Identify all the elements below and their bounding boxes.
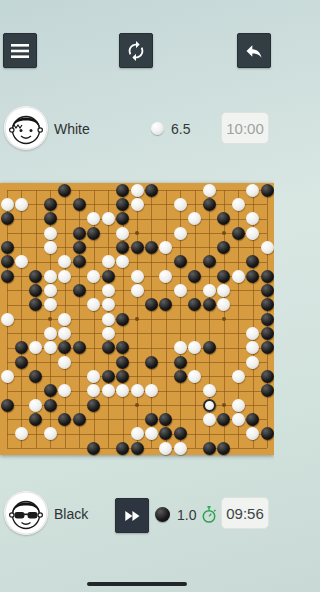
black-stone <box>145 413 158 426</box>
white-stone-icon <box>151 122 164 135</box>
black-stone <box>73 241 86 254</box>
black-stone <box>261 298 274 311</box>
white-stone <box>15 198 28 211</box>
black-stone <box>145 356 158 369</box>
star-point <box>135 403 139 407</box>
black-stone <box>44 384 57 397</box>
black-stone <box>73 341 86 354</box>
black-stone <box>217 413 230 426</box>
white-stone <box>232 370 245 383</box>
white-stone <box>58 255 71 268</box>
sync-button[interactable] <box>119 33 153 68</box>
undo-arrow-icon <box>244 41 264 61</box>
black-stone <box>73 413 86 426</box>
white-stone <box>188 341 201 354</box>
black-stone <box>1 212 14 225</box>
black-stone <box>116 442 129 455</box>
white-stone <box>102 327 115 340</box>
home-indicator[interactable] <box>87 582 187 586</box>
black-stone <box>261 270 274 283</box>
go-board[interactable] <box>0 183 274 455</box>
white-stone <box>44 241 57 254</box>
black-stone <box>102 341 115 354</box>
black-stone <box>29 298 42 311</box>
white-stone <box>131 284 144 297</box>
white-stone <box>232 399 245 412</box>
black-value: 1.0 <box>177 507 196 523</box>
white-stone <box>159 241 172 254</box>
black-stone <box>217 212 230 225</box>
white-stone <box>246 184 259 197</box>
hamburger-menu-icon <box>11 44 29 58</box>
white-stone <box>102 384 115 397</box>
black-stone <box>29 413 42 426</box>
white-stone <box>145 384 158 397</box>
white-stone <box>58 327 71 340</box>
white-stone <box>44 227 57 240</box>
black-stone <box>116 184 129 197</box>
white-stone <box>203 384 216 397</box>
white-stone <box>217 298 230 311</box>
white-stone <box>232 270 245 283</box>
black-stone <box>159 298 172 311</box>
white-stone <box>58 270 71 283</box>
black-stone <box>73 255 86 268</box>
black-timer-chip: 09:56 <box>221 497 269 529</box>
white-player-name: White <box>54 121 90 137</box>
black-stone <box>44 212 57 225</box>
white-stone <box>29 341 42 354</box>
black-stone <box>15 356 28 369</box>
black-stone <box>174 427 187 440</box>
white-timer-chip: 10:00 <box>221 112 269 144</box>
black-stone <box>29 270 42 283</box>
black-player-name: Black <box>54 506 88 522</box>
white-stone <box>203 413 216 426</box>
undo-button[interactable] <box>237 33 271 68</box>
white-stone <box>131 427 144 440</box>
star-point <box>222 231 226 235</box>
white-stone <box>174 341 187 354</box>
white-stone <box>261 241 274 254</box>
white-stone <box>44 341 57 354</box>
white-stone <box>246 356 259 369</box>
black-timer-text: 09:56 <box>226 505 264 522</box>
board-grid-line <box>195 190 196 448</box>
star-point <box>222 403 226 407</box>
white-stone <box>15 255 28 268</box>
white-stone <box>246 227 259 240</box>
fast-forward-button[interactable] <box>115 498 149 533</box>
black-stone <box>261 427 274 440</box>
fast-forward-icon <box>122 506 142 526</box>
black-stone <box>58 341 71 354</box>
white-stone <box>246 427 259 440</box>
white-stone <box>232 413 245 426</box>
sync-refresh-icon <box>125 40 147 62</box>
black-stone <box>102 370 115 383</box>
white-stone <box>44 298 57 311</box>
black-stone <box>217 270 230 283</box>
black-stone <box>1 241 14 254</box>
black-stone <box>116 198 129 211</box>
black-stone <box>131 442 144 455</box>
white-stone <box>116 227 129 240</box>
menu-button[interactable] <box>3 33 37 68</box>
black-stone <box>116 212 129 225</box>
white-stone <box>102 212 115 225</box>
white-stone <box>58 356 71 369</box>
board-grid-line <box>151 190 152 448</box>
white-timer-text: 10:00 <box>226 120 264 137</box>
black-stone <box>44 198 57 211</box>
black-stone <box>73 284 86 297</box>
star-point <box>135 317 139 321</box>
white-stone <box>15 427 28 440</box>
white-stone <box>44 284 57 297</box>
white-stone <box>203 184 216 197</box>
white-stone <box>1 370 14 383</box>
black-stone <box>145 298 158 311</box>
star-point <box>48 317 52 321</box>
white-stone <box>174 227 187 240</box>
star-point <box>222 317 226 321</box>
black-stone <box>102 270 115 283</box>
black-stone <box>1 270 14 283</box>
black-stone <box>261 341 274 354</box>
black-stone <box>174 370 187 383</box>
black-stone <box>87 227 100 240</box>
white-stone <box>102 313 115 326</box>
white-stone <box>131 198 144 211</box>
white-stone <box>159 442 172 455</box>
black-stone <box>261 370 274 383</box>
black-stone <box>188 298 201 311</box>
black-stone <box>58 184 71 197</box>
black-stone <box>58 413 71 426</box>
white-komi-value: 6.5 <box>171 121 190 137</box>
white-stone <box>44 270 57 283</box>
black-stone <box>203 341 216 354</box>
white-stone <box>102 255 115 268</box>
black-stone <box>159 427 172 440</box>
black-stone <box>203 255 216 268</box>
black-stone <box>15 341 28 354</box>
white-stone <box>174 284 187 297</box>
white-player-avatar <box>4 106 48 150</box>
white-stone <box>87 370 100 383</box>
black-stone <box>217 442 230 455</box>
black-stone <box>1 399 14 412</box>
board-grid-line <box>7 376 267 377</box>
last-move-white-stone <box>203 399 216 412</box>
stopwatch-icon <box>200 505 218 528</box>
board-grid-line <box>7 362 267 363</box>
white-stone <box>246 212 259 225</box>
white-stone <box>217 284 230 297</box>
white-stone <box>246 341 259 354</box>
white-stone <box>44 427 57 440</box>
white-stone <box>188 212 201 225</box>
black-stone <box>246 255 259 268</box>
black-stone <box>145 184 158 197</box>
black-stone <box>29 284 42 297</box>
white-stone <box>87 212 100 225</box>
black-stone <box>87 399 100 412</box>
black-stone <box>131 241 144 254</box>
white-stone <box>29 399 42 412</box>
white-stone <box>159 270 172 283</box>
black-stone <box>261 284 274 297</box>
white-stone <box>131 270 144 283</box>
black-stone <box>116 370 129 383</box>
black-stone <box>73 227 86 240</box>
black-stone <box>145 241 158 254</box>
white-stone <box>174 198 187 211</box>
white-stone <box>102 284 115 297</box>
black-stone-icon <box>155 507 170 522</box>
white-stone <box>232 198 245 211</box>
black-stone <box>203 442 216 455</box>
black-stone <box>246 413 259 426</box>
black-stone <box>116 241 129 254</box>
white-stone <box>1 198 14 211</box>
white-stone <box>87 298 100 311</box>
black-stone <box>29 370 42 383</box>
black-stone <box>159 413 172 426</box>
white-stone <box>131 384 144 397</box>
black-stone <box>116 313 129 326</box>
black-stone <box>261 384 274 397</box>
black-stone <box>203 198 216 211</box>
black-stone <box>174 255 187 268</box>
black-stone <box>116 356 129 369</box>
white-stone <box>102 298 115 311</box>
white-stone <box>246 327 259 340</box>
black-stone <box>217 241 230 254</box>
black-stone <box>261 327 274 340</box>
black-stone <box>246 270 259 283</box>
white-stone <box>116 384 129 397</box>
black-stone <box>87 442 100 455</box>
white-stone <box>87 270 100 283</box>
black-stone <box>188 270 201 283</box>
black-stone <box>232 227 245 240</box>
black-player-avatar <box>4 491 48 535</box>
white-stone <box>174 442 187 455</box>
black-stone <box>116 341 129 354</box>
black-stone <box>174 356 187 369</box>
black-stone <box>261 184 274 197</box>
white-stone <box>145 427 158 440</box>
white-stone <box>188 370 201 383</box>
black-stone <box>44 399 57 412</box>
black-stone <box>73 198 86 211</box>
board-grid-line <box>166 190 167 448</box>
white-stone <box>131 184 144 197</box>
white-stone <box>203 284 216 297</box>
white-stone <box>87 384 100 397</box>
white-stone <box>116 255 129 268</box>
white-stone <box>58 313 71 326</box>
white-stone <box>1 313 14 326</box>
white-stone <box>58 384 71 397</box>
black-stone <box>1 255 14 268</box>
star-point <box>135 231 139 235</box>
black-stone <box>261 313 274 326</box>
white-stone <box>44 327 57 340</box>
black-stone <box>203 298 216 311</box>
